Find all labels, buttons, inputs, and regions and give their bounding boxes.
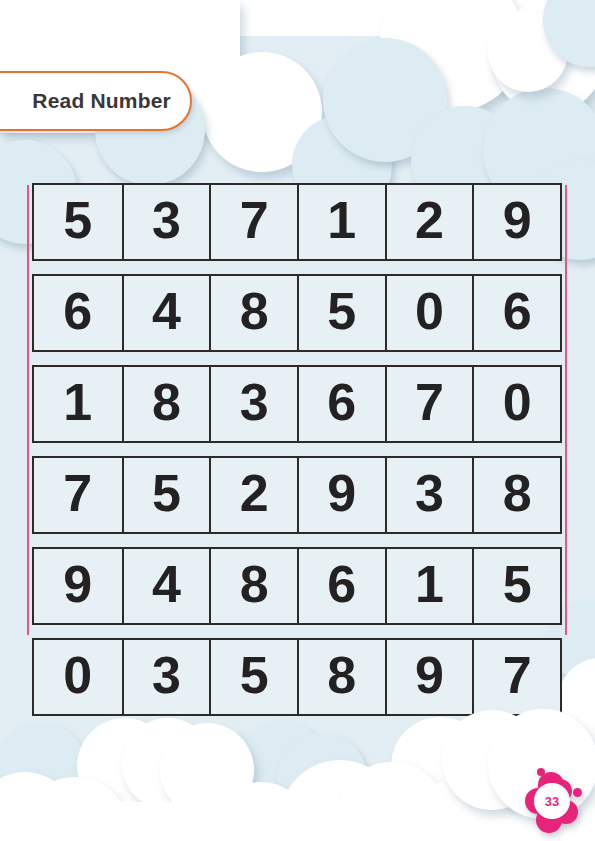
grid-cell-r2c6: 6 [472, 276, 560, 350]
grid-cell-r6c6: 7 [472, 640, 560, 714]
grid-cell-r1c1: 5 [34, 185, 122, 259]
grid-cell-r4c3: 2 [209, 458, 297, 532]
grid-cell-r5c3: 8 [209, 549, 297, 623]
grid-cell-r5c6: 5 [472, 549, 560, 623]
grid-row-3: 183670 [32, 365, 562, 443]
grid-row-4: 752938 [32, 456, 562, 534]
number-grid: 537129648506183670752938948615035897 [32, 183, 562, 716]
grid-cell-r2c4: 5 [297, 276, 385, 350]
grid-cell-r3c4: 6 [297, 367, 385, 441]
grid-cell-r4c2: 5 [122, 458, 210, 532]
grid-cell-r1c6: 9 [472, 185, 560, 259]
grid-cell-r3c3: 3 [209, 367, 297, 441]
page-title: Read Number [32, 89, 171, 113]
grid-cell-r4c5: 3 [385, 458, 473, 532]
grid-cell-r3c6: 0 [472, 367, 560, 441]
grid-cell-r3c5: 7 [385, 367, 473, 441]
grid-cell-r5c1: 9 [34, 549, 122, 623]
worksheet-page: 537129648506183670752938948615035897 Rea… [0, 0, 595, 841]
grid-row-5: 948615 [32, 547, 562, 625]
grid-cell-r6c5: 9 [385, 640, 473, 714]
grid-cell-r4c4: 9 [297, 458, 385, 532]
grid-cell-r2c1: 6 [34, 276, 122, 350]
grid-cell-r6c4: 8 [297, 640, 385, 714]
grid-cell-r5c4: 6 [297, 549, 385, 623]
grid-cell-r1c5: 2 [385, 185, 473, 259]
margin-line-right [565, 185, 567, 635]
grid-cell-r2c3: 8 [209, 276, 297, 350]
margin-line-left [27, 185, 29, 635]
page-number-badge: 33 [505, 755, 595, 841]
grid-row-6: 035897 [32, 638, 562, 716]
badge-center-circle: 33 [534, 783, 570, 819]
grid-cell-r1c2: 3 [122, 185, 210, 259]
badge-dot [537, 768, 545, 776]
grid-row-2: 648506 [32, 274, 562, 352]
grid-row-1: 537129 [32, 183, 562, 261]
grid-cell-r3c2: 8 [122, 367, 210, 441]
grid-cell-r2c2: 4 [122, 276, 210, 350]
grid-cell-r1c4: 1 [297, 185, 385, 259]
grid-cell-r4c6: 8 [472, 458, 560, 532]
grid-cell-r5c2: 4 [122, 549, 210, 623]
grid-cell-r6c1: 0 [34, 640, 122, 714]
grid-cell-r5c5: 1 [385, 549, 473, 623]
page-number: 33 [545, 794, 559, 809]
title-pill: Read Number [0, 71, 192, 131]
badge-dot [573, 788, 582, 797]
grid-cell-r4c1: 7 [34, 458, 122, 532]
grid-cell-r6c3: 5 [209, 640, 297, 714]
grid-cell-r2c5: 0 [385, 276, 473, 350]
grid-cell-r3c1: 1 [34, 367, 122, 441]
grid-cell-r1c3: 7 [209, 185, 297, 259]
grid-cell-r6c2: 3 [122, 640, 210, 714]
